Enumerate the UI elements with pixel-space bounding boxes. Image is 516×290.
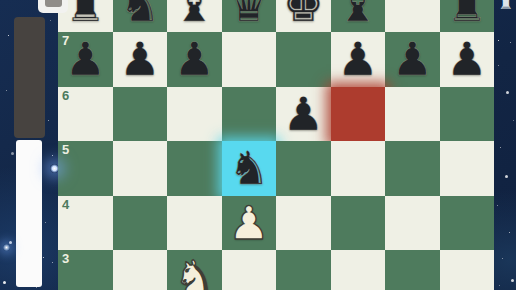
sidebar-gray-bar <box>14 17 45 138</box>
square-a4[interactable]: 4 <box>58 196 113 251</box>
square-b3[interactable] <box>113 250 168 290</box>
square-d7[interactable] <box>222 32 277 87</box>
black-pawn-f7: ♟ <box>337 32 378 87</box>
rank-label-4: 4 <box>62 198 69 211</box>
square-c4[interactable] <box>167 196 222 251</box>
star-field-left <box>8 35 9 36</box>
black-pawn-h7: ♟ <box>446 32 487 87</box>
highlight-red-f6 <box>331 87 386 142</box>
square-h6[interactable] <box>440 87 495 142</box>
square-f6[interactable] <box>331 87 386 142</box>
square-h7[interactable]: ♟ <box>440 32 495 87</box>
square-e3[interactable] <box>276 250 331 290</box>
top-left-pill <box>38 0 68 13</box>
black-pawn-e6: ♟ <box>283 87 324 142</box>
square-f4[interactable] <box>331 196 386 251</box>
pill-inner-shape <box>45 0 62 7</box>
star-field-right <box>498 40 499 41</box>
square-b5[interactable] <box>113 141 168 196</box>
square-e8[interactable]: ♚ <box>276 0 331 32</box>
rank-label-6: 6 <box>62 89 69 102</box>
bright-star <box>50 164 59 173</box>
square-d3[interactable] <box>222 250 277 290</box>
black-pawn-a7: ♟ <box>65 32 106 87</box>
square-g6[interactable] <box>385 87 440 142</box>
small-star-glow <box>3 244 10 251</box>
square-f8[interactable]: ♝ <box>331 0 386 32</box>
black-queen-d8: ♛ <box>228 0 269 32</box>
square-e5[interactable] <box>276 141 331 196</box>
black-pawn-c7: ♟ <box>174 32 215 87</box>
black-rook-h8: ♜ <box>446 0 487 32</box>
square-f5[interactable] <box>331 141 386 196</box>
square-f7[interactable]: ♟ <box>331 32 386 87</box>
square-b7[interactable]: ♟ <box>113 32 168 87</box>
square-b6[interactable] <box>113 87 168 142</box>
square-c7[interactable]: ♟ <box>167 32 222 87</box>
white-pawn-d4: ♟ <box>228 196 269 251</box>
square-g8[interactable] <box>385 0 440 32</box>
video-frame: ♜♞♝♛♚♝♜7♟♟♟♟♟♟6♟5♞4♟3♞ ♜ <box>0 0 516 290</box>
black-bishop-f8: ♝ <box>337 0 378 32</box>
square-e4[interactable] <box>276 196 331 251</box>
square-e7[interactable] <box>276 32 331 87</box>
square-g7[interactable]: ♟ <box>385 32 440 87</box>
square-c8[interactable]: ♝ <box>167 0 222 32</box>
square-g4[interactable] <box>385 196 440 251</box>
black-king-e8: ♚ <box>283 0 324 32</box>
square-g5[interactable] <box>385 141 440 196</box>
white-knight-c3: ♞ <box>174 250 215 290</box>
square-f3[interactable] <box>331 250 386 290</box>
square-h3[interactable] <box>440 250 495 290</box>
square-a5[interactable]: 5 <box>58 141 113 196</box>
rank-label-5: 5 <box>62 143 69 156</box>
chess-board: ♜♞♝♛♚♝♜7♟♟♟♟♟♟6♟5♞4♟3♞ <box>58 0 494 290</box>
square-c5[interactable] <box>167 141 222 196</box>
sidebar-white-strip <box>16 140 42 287</box>
square-e6[interactable]: ♟ <box>276 87 331 142</box>
square-d5[interactable]: ♞ <box>222 141 277 196</box>
square-h8[interactable]: ♜ <box>440 0 495 32</box>
black-rook-a8: ♜ <box>65 0 106 32</box>
black-pawn-b7: ♟ <box>119 32 160 87</box>
square-d6[interactable] <box>222 87 277 142</box>
square-b4[interactable] <box>113 196 168 251</box>
black-knight-b8: ♞ <box>119 0 160 32</box>
black-bishop-c8: ♝ <box>174 0 215 32</box>
square-g3[interactable] <box>385 250 440 290</box>
square-d4[interactable]: ♟ <box>222 196 277 251</box>
square-c6[interactable] <box>167 87 222 142</box>
black-knight-d5: ♞ <box>228 141 269 196</box>
white-rook-icon: ♜ <box>498 0 513 13</box>
square-d8[interactable]: ♛ <box>222 0 277 32</box>
square-b8[interactable]: ♞ <box>113 0 168 32</box>
square-h4[interactable] <box>440 196 495 251</box>
black-pawn-g7: ♟ <box>392 32 433 87</box>
square-a3[interactable]: 3 <box>58 250 113 290</box>
square-h5[interactable] <box>440 141 495 196</box>
square-a6[interactable]: 6 <box>58 87 113 142</box>
rank-label-3: 3 <box>62 252 69 265</box>
square-c3[interactable]: ♞ <box>167 250 222 290</box>
square-a7[interactable]: 7♟ <box>58 32 113 87</box>
